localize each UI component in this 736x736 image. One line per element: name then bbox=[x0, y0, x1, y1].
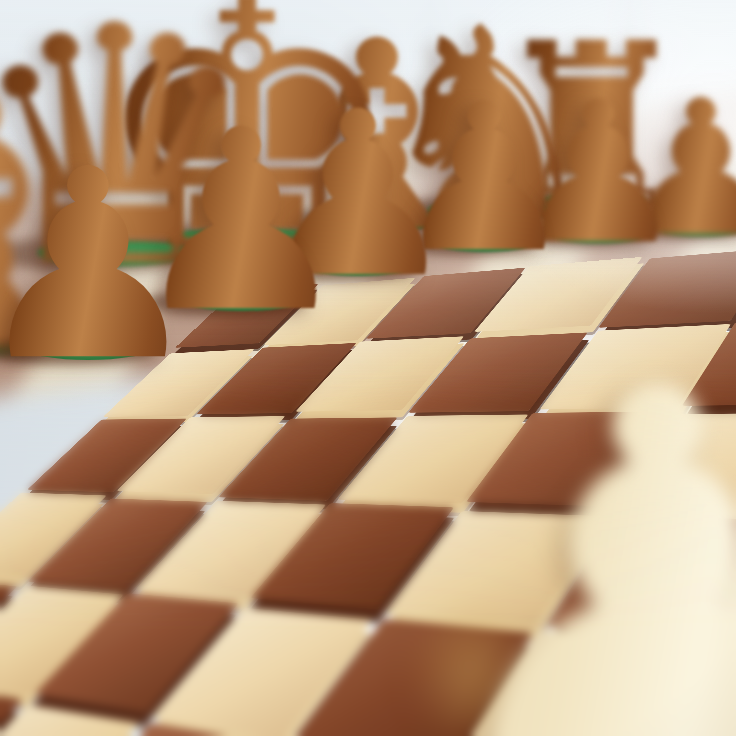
felt-base bbox=[184, 291, 299, 312]
chess-piece-pawn: ♟ bbox=[116, 97, 366, 347]
felt-base bbox=[28, 338, 149, 359]
chess-photo-scene: ♝♛♚♝♞♜♟♟♟♟♟♟♟ bbox=[0, 0, 736, 736]
piece-shadow bbox=[628, 219, 736, 239]
felt-base bbox=[539, 192, 645, 211]
felt-base bbox=[658, 221, 736, 236]
felt-base bbox=[437, 235, 531, 252]
cream-piece-partial bbox=[664, 556, 736, 736]
chess-piece-pawn: ♟ bbox=[382, 77, 586, 281]
piece-shadow bbox=[111, 224, 335, 261]
piece-shadow bbox=[404, 233, 535, 254]
felt-base bbox=[317, 210, 438, 231]
piece-shadow bbox=[0, 336, 154, 364]
felt-base bbox=[427, 200, 550, 222]
chess-piece-bishop: ♝ bbox=[0, 45, 152, 405]
piece-shadow bbox=[0, 237, 197, 272]
felt-base bbox=[306, 258, 411, 277]
chess-piece-pawn: ♟ bbox=[607, 75, 736, 263]
piece-shadow bbox=[144, 289, 304, 315]
felt-base bbox=[167, 226, 328, 255]
piece-shadow bbox=[384, 198, 556, 226]
chess-piece-pawn: ♟ bbox=[500, 75, 696, 271]
chess-piece-pawn: ♟ bbox=[377, 317, 736, 736]
chess-piece-queen: ♛ bbox=[0, 0, 279, 313]
chess-piece-pawn: ♟ bbox=[0, 135, 219, 397]
piece-shadow bbox=[0, 321, 62, 359]
piece-shadow bbox=[269, 256, 415, 280]
piece-shadow bbox=[522, 226, 647, 247]
piece-shadow bbox=[502, 190, 649, 214]
chess-piece-pawn: ♟ bbox=[244, 81, 472, 309]
chess-piece-rook: ♜ bbox=[477, 13, 707, 243]
felt-base bbox=[0, 324, 55, 354]
felt-base bbox=[553, 227, 643, 243]
felt-base bbox=[38, 239, 190, 266]
chess-piece-king: ♚ bbox=[72, 0, 422, 305]
chess-piece-bishop: ♝ bbox=[246, 7, 508, 269]
chess-piece-knight: ♞ bbox=[355, 0, 623, 260]
piece-shadow bbox=[275, 208, 443, 236]
pieces-layer: ♝♛♚♝♞♜♟♟♟♟♟♟♟ bbox=[0, 0, 736, 736]
